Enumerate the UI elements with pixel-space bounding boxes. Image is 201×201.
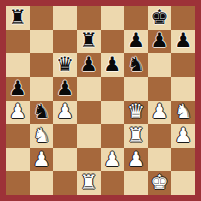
piece-white-rook[interactable]: ♜ xyxy=(127,125,145,145)
square-b1[interactable] xyxy=(30,171,54,195)
square-d5[interactable] xyxy=(77,77,101,101)
square-g7[interactable]: ♟ xyxy=(148,30,172,54)
square-a2[interactable] xyxy=(6,148,30,172)
piece-white-knight[interactable]: ♞ xyxy=(32,125,50,145)
square-a1[interactable] xyxy=(6,171,30,195)
square-b4[interactable]: ♞ xyxy=(30,101,54,125)
square-c8[interactable] xyxy=(53,6,77,30)
square-c6[interactable]: ♛ xyxy=(53,53,77,77)
piece-black-pawn[interactable]: ♟ xyxy=(127,30,145,50)
square-d3[interactable] xyxy=(77,124,101,148)
piece-black-pawn[interactable]: ♟ xyxy=(151,30,169,50)
square-h4[interactable]: ♞ xyxy=(171,101,195,125)
piece-white-pawn[interactable]: ♟ xyxy=(32,149,50,169)
piece-white-pawn[interactable]: ♟ xyxy=(174,125,192,145)
square-f6[interactable]: ♞ xyxy=(124,53,148,77)
piece-black-knight[interactable]: ♞ xyxy=(127,54,145,74)
square-d7[interactable]: ♜ xyxy=(77,30,101,54)
square-c1[interactable] xyxy=(53,171,77,195)
piece-white-pawn[interactable]: ♟ xyxy=(127,149,145,169)
square-e8[interactable] xyxy=(101,6,125,30)
square-f4[interactable]: ♛ xyxy=(124,101,148,125)
square-f5[interactable] xyxy=(124,77,148,101)
square-h2[interactable] xyxy=(171,148,195,172)
square-b8[interactable] xyxy=(30,6,54,30)
piece-black-rook[interactable]: ♜ xyxy=(80,30,98,50)
piece-black-queen[interactable]: ♛ xyxy=(56,54,74,74)
square-e7[interactable] xyxy=(101,30,125,54)
piece-black-pawn[interactable]: ♟ xyxy=(103,54,121,74)
piece-white-pawn[interactable]: ♟ xyxy=(103,149,121,169)
piece-black-pawn[interactable]: ♟ xyxy=(9,78,27,98)
square-d4[interactable] xyxy=(77,101,101,125)
square-h1[interactable] xyxy=(171,171,195,195)
piece-black-pawn[interactable]: ♟ xyxy=(80,54,98,74)
square-a7[interactable] xyxy=(6,30,30,54)
square-c4[interactable]: ♟ xyxy=(53,101,77,125)
square-h5[interactable] xyxy=(171,77,195,101)
square-e4[interactable] xyxy=(101,101,125,125)
square-c5[interactable]: ♟ xyxy=(53,77,77,101)
square-d2[interactable] xyxy=(77,148,101,172)
square-a6[interactable] xyxy=(6,53,30,77)
square-h7[interactable]: ♟ xyxy=(171,30,195,54)
square-f3[interactable]: ♜ xyxy=(124,124,148,148)
piece-white-knight[interactable]: ♞ xyxy=(174,101,192,121)
square-b5[interactable] xyxy=(30,77,54,101)
square-e2[interactable]: ♟ xyxy=(101,148,125,172)
square-a3[interactable] xyxy=(6,124,30,148)
square-g2[interactable] xyxy=(148,148,172,172)
square-h8[interactable] xyxy=(171,6,195,30)
piece-black-rook[interactable]: ♜ xyxy=(9,7,27,27)
square-b2[interactable]: ♟ xyxy=(30,148,54,172)
square-c2[interactable] xyxy=(53,148,77,172)
square-b6[interactable] xyxy=(30,53,54,77)
piece-white-pawn[interactable]: ♟ xyxy=(151,101,169,121)
square-b7[interactable] xyxy=(30,30,54,54)
square-g8[interactable]: ♚ xyxy=(148,6,172,30)
chess-board: ♜♚♜♟♟♟♛♟♟♞♟♟♟♞♟♛♟♞♞♜♟♟♟♟♜♚ xyxy=(6,6,195,195)
square-f7[interactable]: ♟ xyxy=(124,30,148,54)
piece-white-pawn[interactable]: ♟ xyxy=(56,101,74,121)
piece-white-pawn[interactable]: ♟ xyxy=(9,101,27,121)
piece-black-king[interactable]: ♚ xyxy=(151,7,169,27)
square-g3[interactable] xyxy=(148,124,172,148)
piece-black-pawn[interactable]: ♟ xyxy=(174,30,192,50)
square-d1[interactable]: ♜ xyxy=(77,171,101,195)
piece-black-knight[interactable]: ♞ xyxy=(32,101,50,121)
square-g1[interactable]: ♚ xyxy=(148,171,172,195)
square-e1[interactable] xyxy=(101,171,125,195)
square-f1[interactable] xyxy=(124,171,148,195)
square-c3[interactable] xyxy=(53,124,77,148)
square-h3[interactable]: ♟ xyxy=(171,124,195,148)
square-a5[interactable]: ♟ xyxy=(6,77,30,101)
square-b3[interactable]: ♞ xyxy=(30,124,54,148)
square-g4[interactable]: ♟ xyxy=(148,101,172,125)
square-e3[interactable] xyxy=(101,124,125,148)
square-h6[interactable] xyxy=(171,53,195,77)
piece-white-queen[interactable]: ♛ xyxy=(127,101,145,121)
square-c7[interactable] xyxy=(53,30,77,54)
square-a4[interactable]: ♟ xyxy=(6,101,30,125)
square-g5[interactable] xyxy=(148,77,172,101)
board-frame: ♜♚♜♟♟♟♛♟♟♞♟♟♟♞♟♛♟♞♞♜♟♟♟♟♜♚ xyxy=(0,0,201,201)
square-g6[interactable] xyxy=(148,53,172,77)
square-e6[interactable]: ♟ xyxy=(101,53,125,77)
piece-white-king[interactable]: ♚ xyxy=(151,172,169,192)
square-f8[interactable] xyxy=(124,6,148,30)
square-f2[interactable]: ♟ xyxy=(124,148,148,172)
piece-white-rook[interactable]: ♜ xyxy=(80,172,98,192)
square-d6[interactable]: ♟ xyxy=(77,53,101,77)
square-a8[interactable]: ♜ xyxy=(6,6,30,30)
square-e5[interactable] xyxy=(101,77,125,101)
square-d8[interactable] xyxy=(77,6,101,30)
piece-black-pawn[interactable]: ♟ xyxy=(56,78,74,98)
